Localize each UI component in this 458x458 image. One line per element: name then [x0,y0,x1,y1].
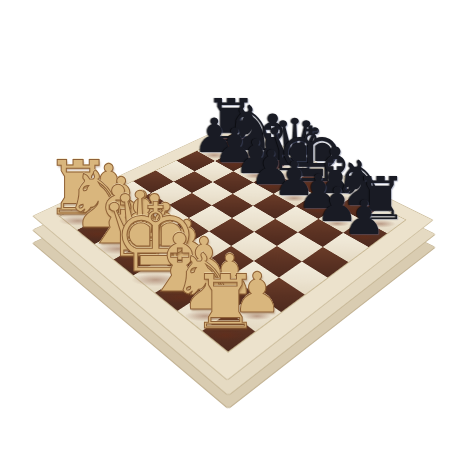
square-center-marker [324,262,326,263]
square-center-marker [299,246,301,247]
square-center-marker [296,219,297,220]
square-center-marker [302,277,304,278]
square-center-marker [345,247,347,248]
square-center-marker [232,205,233,206]
white-rook: ♜ [192,266,259,341]
chess-set-photo: ♜♞♝♛♚♝♞♜♟♟♟♟♟♟♟♟♟♟♟♟♟♟♟♟♜♞♝♛♚♝♞♜ [0,0,458,458]
black-pawn: ♟ [343,194,385,241]
square-center-marker [175,171,176,172]
square-center-marker [253,218,254,219]
square-center-marker [212,193,213,194]
square-center-marker [231,231,232,232]
square-center-marker [320,232,321,233]
square-center-marker [275,232,276,233]
square-center-marker [232,182,233,183]
